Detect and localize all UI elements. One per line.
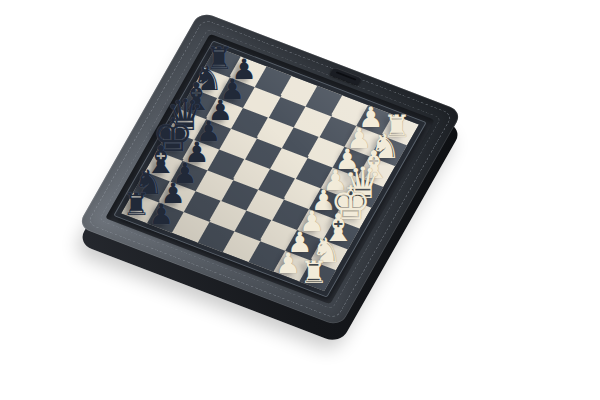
board-frame: ♜♟♟♜♞♟♟♞♝♟♟♝♛♟♟♛♚♟♟♚♝♟♟♝♞♟♟♞♜♟♟♜: [115, 42, 426, 297]
white-rook[interactable]: ♜: [300, 257, 328, 288]
chess-board: ♜♟♟♜♞♟♟♞♝♟♟♝♛♟♟♛♚♟♟♚♝♟♟♝♞♟♟♞♜♟♟♜: [121, 47, 419, 291]
tab-crease-icon: [336, 71, 357, 80]
box-lid: ♜♟♟♜♞♟♟♞♝♟♟♝♛♟♟♛♚♟♟♚♝♟♟♝♞♟♟♞♜♟♟♜: [77, 11, 462, 327]
chess-box: ♜♟♟♜♞♟♟♞♝♟♟♝♛♟♟♛♚♟♟♚♝♟♟♝♞♟♟♞♜♟♟♜: [125, 24, 415, 314]
white-pawn[interactable]: ♟: [276, 250, 301, 278]
black-rook[interactable]: ♜: [123, 189, 151, 220]
product-photo-scene: ♜♟♟♜♞♟♟♞♝♟♟♝♛♟♟♛♚♟♟♚♝♟♟♝♞♟♟♞♜♟♟♜: [0, 0, 600, 400]
black-pawn[interactable]: ♟: [149, 201, 174, 229]
